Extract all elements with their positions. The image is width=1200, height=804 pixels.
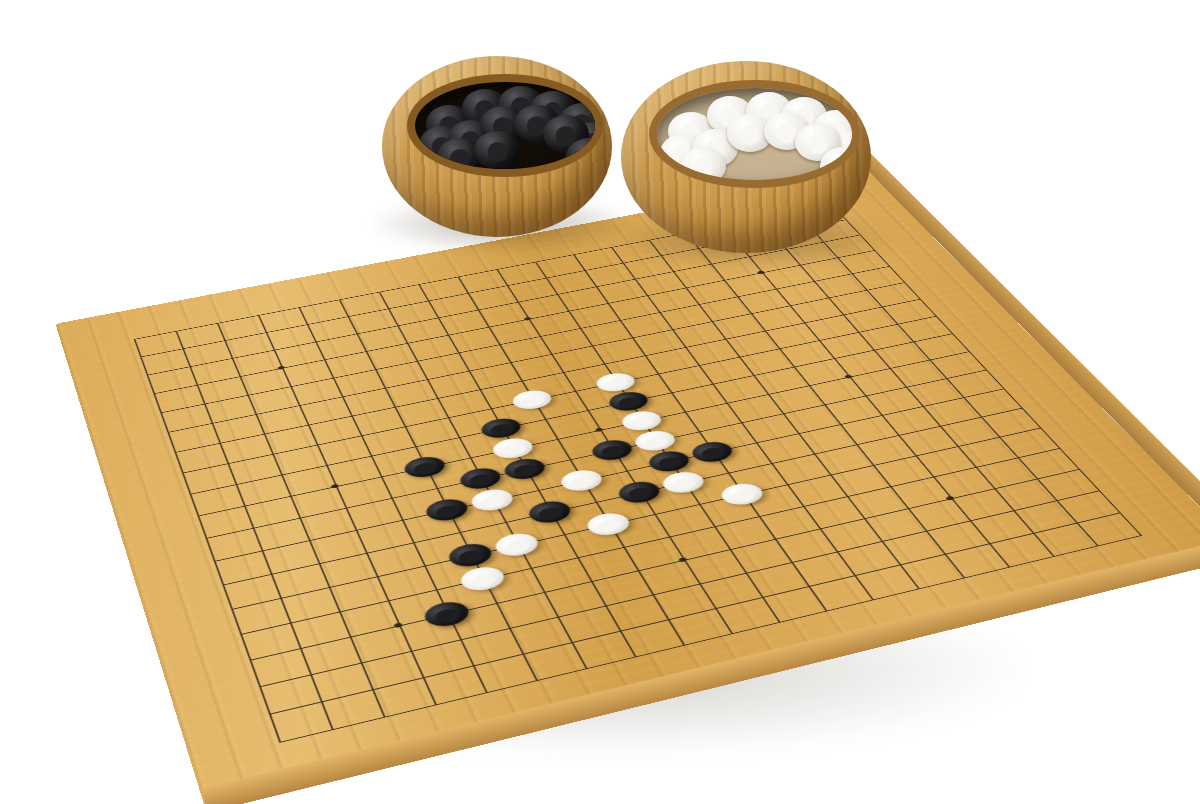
white-bowl-well: ●●●●●●●●●●●●●: [649, 80, 860, 188]
white-stone-in-bowl: ●: [820, 147, 859, 185]
black-bowl-well: ●●●●●●●●●●●●●●: [407, 74, 602, 177]
black-stone-in-bowl: ●: [474, 131, 520, 169]
white-stone-bowl: ●●●●●●●●●●●●●: [621, 61, 871, 253]
black-stone-in-bowl: ●: [566, 138, 603, 176]
white-stone-in-bowl: ●: [680, 147, 726, 185]
black-stone-bowl: ●●●●●●●●●●●●●●: [382, 56, 612, 237]
go-photo-scene: ●●●●●●●●●●●●●●●●●●●●●●●●● ●●●●●●●●●●●●●●…: [0, 0, 1200, 804]
